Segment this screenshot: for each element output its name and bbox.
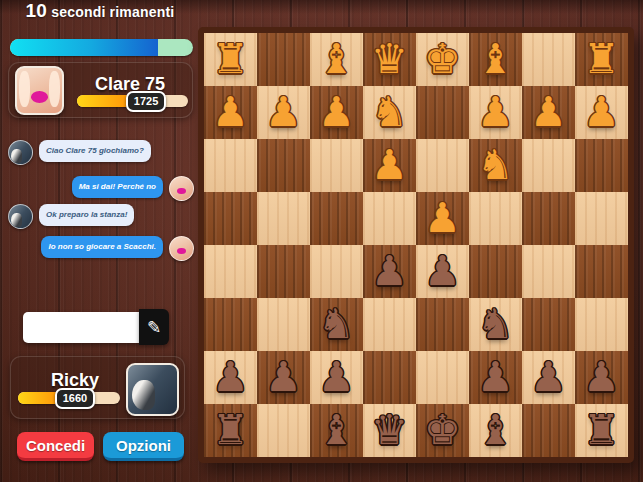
- opponent-rating-bar: 1725: [77, 95, 188, 107]
- orange-bishop-f8[interactable]: ♝: [477, 39, 514, 80]
- orange-pawn-c7[interactable]: ♟: [318, 92, 355, 133]
- square-f8[interactable]: ♝: [469, 33, 522, 86]
- brown-king-e1[interactable]: ♚: [424, 410, 461, 451]
- square-h4[interactable]: [575, 245, 628, 298]
- square-f2[interactable]: ♟: [469, 351, 522, 404]
- square-c8[interactable]: ♝: [310, 33, 363, 86]
- brown-queen-d1[interactable]: ♛: [371, 410, 408, 451]
- opponent-rating-badge: 1725: [126, 91, 166, 112]
- square-a3[interactable]: [204, 298, 257, 351]
- orange-rook-h8[interactable]: ♜: [583, 39, 620, 80]
- square-h6[interactable]: [575, 139, 628, 192]
- square-e2[interactable]: [416, 351, 469, 404]
- player-avatar: [126, 363, 179, 416]
- orange-queen-d8[interactable]: ♛: [371, 39, 408, 80]
- square-g8[interactable]: [522, 33, 575, 86]
- chat-bubble: Io non so giocare a Scacchi.: [41, 236, 163, 258]
- chat-bubble: Ok preparo la stanza!: [39, 204, 134, 226]
- square-f6[interactable]: ♞: [469, 139, 522, 192]
- brown-pawn-b2[interactable]: ♟: [265, 357, 302, 398]
- chat-message-row: Io non so giocare a Scacchi.: [8, 236, 194, 261]
- brown-bishop-c1[interactable]: ♝: [318, 410, 355, 451]
- square-e5[interactable]: ♟: [416, 192, 469, 245]
- square-b5[interactable]: [257, 192, 310, 245]
- square-c3[interactable]: ♞: [310, 298, 363, 351]
- square-h5[interactable]: [575, 192, 628, 245]
- orange-knight-f6[interactable]: ♞: [477, 145, 514, 186]
- square-f1[interactable]: ♝: [469, 404, 522, 457]
- square-b8[interactable]: [257, 33, 310, 86]
- square-c1[interactable]: ♝: [310, 404, 363, 457]
- square-a1[interactable]: ♜: [204, 404, 257, 457]
- brown-pawn-d4[interactable]: ♟: [371, 251, 408, 292]
- square-f4[interactable]: [469, 245, 522, 298]
- square-h2[interactable]: ♟: [575, 351, 628, 404]
- square-b2[interactable]: ♟: [257, 351, 310, 404]
- brown-pawn-f2[interactable]: ♟: [477, 357, 514, 398]
- opponent-rating-fill: [77, 95, 131, 107]
- chat-avatar-ricky: [8, 204, 33, 229]
- square-b7[interactable]: ♟: [257, 86, 310, 139]
- orange-pawn-g7[interactable]: ♟: [530, 92, 567, 133]
- square-a7[interactable]: ♟: [204, 86, 257, 139]
- square-a2[interactable]: ♟: [204, 351, 257, 404]
- orange-rook-a8[interactable]: ♜: [212, 39, 249, 80]
- timer-seconds: 10: [26, 0, 48, 21]
- square-d2[interactable]: [363, 351, 416, 404]
- avatar-detail: [31, 91, 48, 103]
- pencil-icon: ✎: [147, 317, 161, 338]
- orange-bishop-c8[interactable]: ♝: [318, 39, 355, 80]
- square-e3[interactable]: [416, 298, 469, 351]
- brown-rook-h1[interactable]: ♜: [583, 410, 620, 451]
- timer-caption: secondi rimanenti: [51, 4, 174, 20]
- square-h3[interactable]: [575, 298, 628, 351]
- square-e1[interactable]: ♚: [416, 404, 469, 457]
- opponent-avatar: [15, 66, 64, 115]
- square-d1[interactable]: ♛: [363, 404, 416, 457]
- square-g4[interactable]: [522, 245, 575, 298]
- square-c2[interactable]: ♟: [310, 351, 363, 404]
- chat-bubble: Ciao Clare 75 giochiamo?: [39, 140, 151, 162]
- chat-bubble: Ma si dai! Perché no: [72, 176, 163, 198]
- orange-pawn-f7[interactable]: ♟: [477, 92, 514, 133]
- square-g5[interactable]: [522, 192, 575, 245]
- brown-pawn-h2[interactable]: ♟: [583, 357, 620, 398]
- square-e6[interactable]: [416, 139, 469, 192]
- square-h7[interactable]: ♟: [575, 86, 628, 139]
- square-h1[interactable]: ♜: [575, 404, 628, 457]
- avatar-detail: [132, 380, 156, 410]
- resign-button[interactable]: Concedi: [17, 432, 94, 461]
- brown-pawn-e4[interactable]: ♟: [424, 251, 461, 292]
- square-e4[interactable]: ♟: [416, 245, 469, 298]
- square-b1[interactable]: [257, 404, 310, 457]
- brown-pawn-a2[interactable]: ♟: [212, 357, 249, 398]
- board-grid: ♜♝♛♚♝♜♟♟♟♞♟♟♟♟♞♟♟♟♞♞♟♟♟♟♟♟♜♝♛♚♝♜: [204, 33, 628, 457]
- square-d3[interactable]: [363, 298, 416, 351]
- orange-pawn-e5[interactable]: ♟: [424, 198, 461, 239]
- orange-pawn-b7[interactable]: ♟: [265, 92, 302, 133]
- square-d8[interactable]: ♛: [363, 33, 416, 86]
- timer-bar: [10, 39, 193, 56]
- player-rating-bar: 1660: [18, 392, 120, 404]
- orange-pawn-h7[interactable]: ♟: [583, 92, 620, 133]
- square-c4[interactable]: [310, 245, 363, 298]
- chat-message-row: Ok preparo la stanza!: [8, 204, 194, 229]
- brown-bishop-f1[interactable]: ♝: [477, 410, 514, 451]
- square-b6[interactable]: [257, 139, 310, 192]
- brown-rook-a1[interactable]: ♜: [212, 410, 249, 451]
- square-d7[interactable]: ♞: [363, 86, 416, 139]
- square-a5[interactable]: [204, 192, 257, 245]
- square-h8[interactable]: ♜: [575, 33, 628, 86]
- avatar-detail: [49, 71, 61, 107]
- square-c7[interactable]: ♟: [310, 86, 363, 139]
- square-f3[interactable]: ♞: [469, 298, 522, 351]
- square-f5[interactable]: [469, 192, 522, 245]
- brown-pawn-g2[interactable]: ♟: [530, 357, 567, 398]
- square-d6[interactable]: ♟: [363, 139, 416, 192]
- timer-bar-fill: [10, 39, 158, 56]
- chess-board: ♜♝♛♚♝♜♟♟♟♞♟♟♟♟♞♟♟♟♞♞♟♟♟♟♟♟♜♝♛♚♝♜: [198, 27, 634, 463]
- square-c5[interactable]: [310, 192, 363, 245]
- options-button[interactable]: Opzioni: [103, 432, 184, 461]
- chat-input[interactable]: [23, 312, 139, 343]
- chat-avatar-clare: [169, 236, 194, 261]
- player-rating-badge: 1660: [55, 388, 95, 409]
- player-rating-fill: [18, 392, 60, 404]
- square-a4[interactable]: [204, 245, 257, 298]
- square-b3[interactable]: [257, 298, 310, 351]
- brown-knight-f3[interactable]: ♞: [477, 304, 514, 345]
- chat-send-button[interactable]: ✎: [139, 309, 169, 345]
- square-e8[interactable]: ♚: [416, 33, 469, 86]
- square-b4[interactable]: [257, 245, 310, 298]
- square-g1[interactable]: [522, 404, 575, 457]
- square-d4[interactable]: ♟: [363, 245, 416, 298]
- square-g3[interactable]: [522, 298, 575, 351]
- brown-pawn-c2[interactable]: ♟: [318, 357, 355, 398]
- square-c6[interactable]: [310, 139, 363, 192]
- brown-knight-c3[interactable]: ♞: [318, 304, 355, 345]
- timer-text: 10 secondi rimanenti: [0, 0, 200, 22]
- chat-message-row: Ciao Clare 75 giochiamo?: [8, 140, 194, 165]
- square-g2[interactable]: ♟: [522, 351, 575, 404]
- square-g7[interactable]: ♟: [522, 86, 575, 139]
- chat-avatar-ricky: [8, 140, 33, 165]
- orange-pawn-a7[interactable]: ♟: [212, 92, 249, 133]
- square-d5[interactable]: [363, 192, 416, 245]
- square-a8[interactable]: ♜: [204, 33, 257, 86]
- orange-king-e8[interactable]: ♚: [424, 39, 461, 80]
- square-g6[interactable]: [522, 139, 575, 192]
- chat-avatar-clare: [169, 176, 194, 201]
- avatar-detail: [19, 71, 31, 107]
- square-e7[interactable]: [416, 86, 469, 139]
- square-a6[interactable]: [204, 139, 257, 192]
- orange-pawn-d6[interactable]: ♟: [371, 145, 408, 186]
- orange-knight-d7[interactable]: ♞: [371, 92, 408, 133]
- square-f7[interactable]: ♟: [469, 86, 522, 139]
- chat-message-row: Ma si dai! Perché no: [8, 176, 194, 201]
